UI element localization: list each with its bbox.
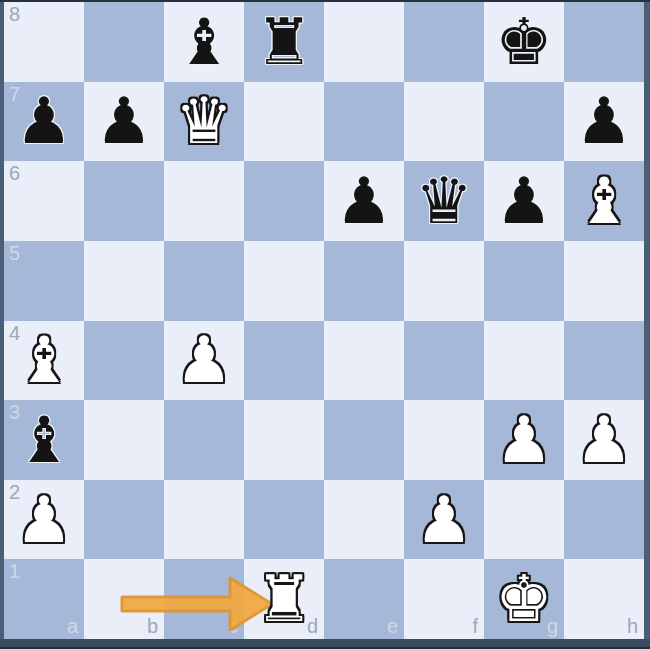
square-g2[interactable] bbox=[484, 480, 564, 560]
piece-black-pawn[interactable]: ♟ bbox=[324, 161, 404, 241]
rank-label-5: 5 bbox=[9, 243, 20, 263]
square-d3[interactable] bbox=[244, 400, 324, 480]
square-h4[interactable] bbox=[564, 321, 644, 401]
chess-app-frame: 8♝♜♚7♟♟♛♟6♟♛♟♝54♝♟3♝♟♟2♟♟1abcd♜efg♚h bbox=[0, 0, 650, 649]
square-g3[interactable]: ♟ bbox=[484, 400, 564, 480]
square-d4[interactable] bbox=[244, 321, 324, 401]
file-label-b: b bbox=[147, 616, 158, 636]
square-f4[interactable] bbox=[404, 321, 484, 401]
square-g4[interactable] bbox=[484, 321, 564, 401]
square-f2[interactable]: ♟ bbox=[404, 480, 484, 560]
square-d1[interactable]: d♜ bbox=[244, 559, 324, 639]
piece-white-pawn[interactable]: ♟ bbox=[404, 480, 484, 560]
square-h2[interactable] bbox=[564, 480, 644, 560]
square-c1[interactable]: c bbox=[164, 559, 244, 639]
file-label-a: a bbox=[67, 616, 78, 636]
square-g8[interactable]: ♚ bbox=[484, 2, 564, 82]
square-a5[interactable]: 5 bbox=[4, 241, 84, 321]
rank-label-8: 8 bbox=[9, 4, 20, 24]
piece-white-rook[interactable]: ♜ bbox=[244, 559, 324, 639]
square-h8[interactable] bbox=[564, 2, 644, 82]
square-b4[interactable] bbox=[84, 321, 164, 401]
piece-black-pawn[interactable]: ♟ bbox=[84, 82, 164, 162]
square-h5[interactable] bbox=[564, 241, 644, 321]
rank-label-1: 1 bbox=[9, 561, 20, 581]
square-f6[interactable]: ♛ bbox=[404, 161, 484, 241]
square-c4[interactable]: ♟ bbox=[164, 321, 244, 401]
square-f7[interactable] bbox=[404, 82, 484, 162]
file-label-e: e bbox=[387, 616, 398, 636]
chess-board: 8♝♜♚7♟♟♛♟6♟♛♟♝54♝♟3♝♟♟2♟♟1abcd♜efg♚h bbox=[4, 2, 644, 639]
square-e2[interactable] bbox=[324, 480, 404, 560]
piece-white-queen[interactable]: ♛ bbox=[164, 82, 244, 162]
square-h3[interactable]: ♟ bbox=[564, 400, 644, 480]
square-f1[interactable]: f bbox=[404, 559, 484, 639]
file-label-f: f bbox=[472, 616, 478, 636]
square-f3[interactable] bbox=[404, 400, 484, 480]
square-c6[interactable] bbox=[164, 161, 244, 241]
square-e3[interactable] bbox=[324, 400, 404, 480]
square-d6[interactable] bbox=[244, 161, 324, 241]
square-g1[interactable]: g♚ bbox=[484, 559, 564, 639]
square-g7[interactable] bbox=[484, 82, 564, 162]
square-c7[interactable]: ♛ bbox=[164, 82, 244, 162]
square-e5[interactable] bbox=[324, 241, 404, 321]
piece-black-king[interactable]: ♚ bbox=[484, 2, 564, 82]
piece-black-queen[interactable]: ♛ bbox=[404, 161, 484, 241]
square-h1[interactable]: h bbox=[564, 559, 644, 639]
square-e7[interactable] bbox=[324, 82, 404, 162]
square-g6[interactable]: ♟ bbox=[484, 161, 564, 241]
square-b2[interactable] bbox=[84, 480, 164, 560]
square-d5[interactable] bbox=[244, 241, 324, 321]
piece-white-pawn[interactable]: ♟ bbox=[4, 480, 84, 560]
square-a4[interactable]: 4♝ bbox=[4, 321, 84, 401]
square-b7[interactable]: ♟ bbox=[84, 82, 164, 162]
square-g5[interactable] bbox=[484, 241, 564, 321]
square-e4[interactable] bbox=[324, 321, 404, 401]
square-a2[interactable]: 2♟ bbox=[4, 480, 84, 560]
square-b8[interactable] bbox=[84, 2, 164, 82]
rank-label-6: 6 bbox=[9, 163, 20, 183]
piece-black-pawn[interactable]: ♟ bbox=[484, 161, 564, 241]
square-c8[interactable]: ♝ bbox=[164, 2, 244, 82]
piece-black-rook[interactable]: ♜ bbox=[244, 2, 324, 82]
square-b3[interactable] bbox=[84, 400, 164, 480]
square-b1[interactable]: b bbox=[84, 559, 164, 639]
piece-white-king[interactable]: ♚ bbox=[484, 559, 564, 639]
square-c3[interactable] bbox=[164, 400, 244, 480]
square-a8[interactable]: 8 bbox=[4, 2, 84, 82]
file-label-h: h bbox=[627, 616, 638, 636]
square-d8[interactable]: ♜ bbox=[244, 2, 324, 82]
square-a1[interactable]: 1a bbox=[4, 559, 84, 639]
square-h7[interactable]: ♟ bbox=[564, 82, 644, 162]
piece-white-pawn[interactable]: ♟ bbox=[164, 321, 244, 401]
piece-black-bishop[interactable]: ♝ bbox=[164, 2, 244, 82]
square-a3[interactable]: 3♝ bbox=[4, 400, 84, 480]
square-d2[interactable] bbox=[244, 480, 324, 560]
square-c2[interactable] bbox=[164, 480, 244, 560]
piece-white-pawn[interactable]: ♟ bbox=[484, 400, 564, 480]
piece-black-bishop[interactable]: ♝ bbox=[4, 400, 84, 480]
square-e8[interactable] bbox=[324, 2, 404, 82]
square-a6[interactable]: 6 bbox=[4, 161, 84, 241]
piece-white-bishop[interactable]: ♝ bbox=[564, 161, 644, 241]
square-c5[interactable] bbox=[164, 241, 244, 321]
square-e1[interactable]: e bbox=[324, 559, 404, 639]
piece-black-pawn[interactable]: ♟ bbox=[4, 82, 84, 162]
file-label-c: c bbox=[228, 616, 238, 636]
square-e6[interactable]: ♟ bbox=[324, 161, 404, 241]
square-a7[interactable]: 7♟ bbox=[4, 82, 84, 162]
piece-white-pawn[interactable]: ♟ bbox=[564, 400, 644, 480]
square-b5[interactable] bbox=[84, 241, 164, 321]
square-h6[interactable]: ♝ bbox=[564, 161, 644, 241]
piece-white-bishop[interactable]: ♝ bbox=[4, 321, 84, 401]
square-f5[interactable] bbox=[404, 241, 484, 321]
square-b6[interactable] bbox=[84, 161, 164, 241]
square-d7[interactable] bbox=[244, 82, 324, 162]
square-f8[interactable] bbox=[404, 2, 484, 82]
piece-black-pawn[interactable]: ♟ bbox=[564, 82, 644, 162]
